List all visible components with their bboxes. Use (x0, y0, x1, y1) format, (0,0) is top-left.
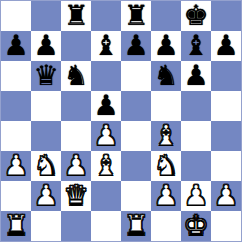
square-g5[interactable] (181, 91, 211, 121)
piece-black-pawn[interactable]: ♟ (153, 31, 178, 61)
square-g4[interactable] (181, 121, 211, 151)
square-c5[interactable] (61, 91, 91, 121)
piece-white-knight[interactable]: ♞ (153, 151, 178, 181)
square-c1[interactable] (61, 211, 91, 241)
piece-white-pawn[interactable]: ♟ (183, 181, 208, 211)
square-e6[interactable] (121, 61, 151, 91)
square-e3[interactable] (121, 151, 151, 181)
square-d7[interactable]: ♝ (91, 31, 121, 61)
piece-black-king[interactable]: ♚ (183, 1, 208, 31)
piece-black-bishop[interactable]: ♝ (183, 31, 208, 61)
square-d6[interactable] (91, 61, 121, 91)
square-b7[interactable]: ♟ (31, 31, 61, 61)
square-h6[interactable] (211, 61, 241, 91)
square-f1[interactable] (151, 211, 181, 241)
piece-white-bishop[interactable]: ♝ (93, 151, 118, 181)
square-c6[interactable]: ♞ (61, 61, 91, 91)
square-f3[interactable]: ♞ (151, 151, 181, 181)
square-g1[interactable]: ♚ (181, 211, 211, 241)
square-a1[interactable]: ♜ (1, 211, 31, 241)
square-e1[interactable]: ♜ (121, 211, 151, 241)
piece-white-knight[interactable]: ♞ (33, 151, 58, 181)
piece-white-bishop[interactable]: ♝ (153, 121, 178, 151)
piece-white-pawn[interactable]: ♟ (63, 151, 88, 181)
piece-white-pawn[interactable]: ♟ (153, 181, 178, 211)
square-c2[interactable]: ♛ (61, 181, 91, 211)
square-d3[interactable]: ♝ (91, 151, 121, 181)
square-d8[interactable] (91, 1, 121, 31)
square-f8[interactable] (151, 1, 181, 31)
square-h4[interactable] (211, 121, 241, 151)
piece-black-pawn[interactable]: ♟ (3, 31, 28, 61)
square-h7[interactable]: ♟ (211, 31, 241, 61)
piece-black-rook[interactable]: ♜ (123, 1, 148, 31)
square-b5[interactable] (31, 91, 61, 121)
square-f5[interactable] (151, 91, 181, 121)
square-b2[interactable]: ♟ (31, 181, 61, 211)
piece-white-queen[interactable]: ♛ (63, 181, 88, 211)
piece-white-king[interactable]: ♚ (183, 211, 208, 241)
piece-black-pawn[interactable]: ♟ (33, 31, 58, 61)
square-c4[interactable] (61, 121, 91, 151)
square-f4[interactable]: ♝ (151, 121, 181, 151)
piece-white-pawn[interactable]: ♟ (93, 121, 118, 151)
square-b8[interactable] (31, 1, 61, 31)
square-e2[interactable] (121, 181, 151, 211)
piece-black-rook[interactable]: ♜ (63, 1, 88, 31)
square-e7[interactable]: ♟ (121, 31, 151, 61)
square-a3[interactable]: ♟ (1, 151, 31, 181)
piece-black-bishop[interactable]: ♝ (93, 31, 118, 61)
square-c3[interactable]: ♟ (61, 151, 91, 181)
square-g7[interactable]: ♝ (181, 31, 211, 61)
square-e4[interactable] (121, 121, 151, 151)
piece-white-pawn[interactable]: ♟ (213, 181, 238, 211)
square-g2[interactable]: ♟ (181, 181, 211, 211)
square-h1[interactable] (211, 211, 241, 241)
square-f6[interactable]: ♞ (151, 61, 181, 91)
piece-black-pawn[interactable]: ♟ (183, 61, 208, 91)
square-d5[interactable]: ♟ (91, 91, 121, 121)
square-a8[interactable] (1, 1, 31, 31)
square-c7[interactable] (61, 31, 91, 61)
square-d1[interactable] (91, 211, 121, 241)
square-e8[interactable]: ♜ (121, 1, 151, 31)
piece-black-queen[interactable]: ♛ (33, 61, 58, 91)
square-b1[interactable] (31, 211, 61, 241)
square-a6[interactable] (1, 61, 31, 91)
square-g6[interactable]: ♟ (181, 61, 211, 91)
square-g8[interactable]: ♚ (181, 1, 211, 31)
square-b4[interactable] (31, 121, 61, 151)
piece-white-rook[interactable]: ♜ (123, 211, 148, 241)
square-h3[interactable] (211, 151, 241, 181)
square-c8[interactable]: ♜ (61, 1, 91, 31)
piece-white-rook[interactable]: ♜ (3, 211, 28, 241)
square-a4[interactable] (1, 121, 31, 151)
square-b3[interactable]: ♞ (31, 151, 61, 181)
square-f7[interactable]: ♟ (151, 31, 181, 61)
square-a2[interactable] (1, 181, 31, 211)
square-f2[interactable]: ♟ (151, 181, 181, 211)
piece-black-knight[interactable]: ♞ (153, 61, 178, 91)
piece-white-pawn[interactable]: ♟ (3, 151, 28, 181)
square-h2[interactable]: ♟ (211, 181, 241, 211)
square-d4[interactable]: ♟ (91, 121, 121, 151)
square-h5[interactable] (211, 91, 241, 121)
piece-black-pawn[interactable]: ♟ (123, 31, 148, 61)
square-e5[interactable] (121, 91, 151, 121)
chess-board-container: ♜♜♚♟♟♝♟♟♝♟♛♞♞♟♟♟♝♟♞♟♝♞♟♛♟♟♟♜♜♚ (0, 0, 242, 242)
square-h8[interactable] (211, 1, 241, 31)
piece-black-pawn[interactable]: ♟ (93, 91, 118, 121)
square-d2[interactable] (91, 181, 121, 211)
piece-black-knight[interactable]: ♞ (63, 61, 88, 91)
square-g3[interactable] (181, 151, 211, 181)
chess-board: ♜♜♚♟♟♝♟♟♝♟♛♞♞♟♟♟♝♟♞♟♝♞♟♛♟♟♟♜♜♚ (0, 0, 242, 242)
piece-white-pawn[interactable]: ♟ (33, 181, 58, 211)
square-b6[interactable]: ♛ (31, 61, 61, 91)
square-a7[interactable]: ♟ (1, 31, 31, 61)
square-a5[interactable] (1, 91, 31, 121)
piece-black-pawn[interactable]: ♟ (213, 31, 238, 61)
